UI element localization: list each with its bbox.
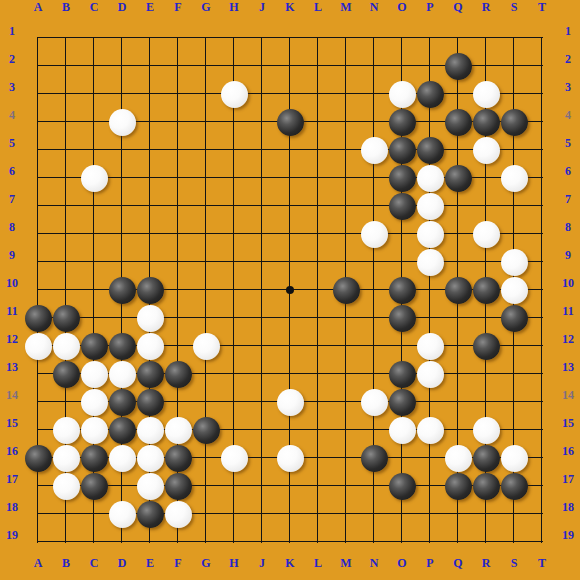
- board-cell-B13[interactable]: [52, 360, 80, 388]
- board-cell-P17[interactable]: [416, 472, 444, 500]
- board-cell-R12[interactable]: [472, 332, 500, 360]
- board-cell-B12[interactable]: [52, 332, 80, 360]
- board-cell-K19[interactable]: [276, 528, 304, 556]
- board-cell-C19[interactable]: [80, 528, 108, 556]
- board-cell-A6[interactable]: [24, 164, 52, 192]
- board-cell-T18[interactable]: [528, 500, 556, 528]
- board-cell-N18[interactable]: [360, 500, 388, 528]
- board-cell-G8[interactable]: [192, 220, 220, 248]
- board-cell-J3[interactable]: [248, 80, 276, 108]
- board-cell-F17[interactable]: [164, 472, 192, 500]
- board-cell-H13[interactable]: [220, 360, 248, 388]
- board-cell-G15[interactable]: [192, 416, 220, 444]
- board-cell-T3[interactable]: [528, 80, 556, 108]
- board-cell-L11[interactable]: [304, 304, 332, 332]
- board-cell-N16[interactable]: [360, 444, 388, 472]
- board-cell-Q4[interactable]: [444, 108, 472, 136]
- board-cell-S9[interactable]: [500, 248, 528, 276]
- board-cell-K1[interactable]: [276, 24, 304, 52]
- board-cell-P10[interactable]: [416, 276, 444, 304]
- board-cell-H5[interactable]: [220, 136, 248, 164]
- board-cell-B16[interactable]: [52, 444, 80, 472]
- board-cell-T16[interactable]: [528, 444, 556, 472]
- board-cell-J2[interactable]: [248, 52, 276, 80]
- board-cell-M13[interactable]: [332, 360, 360, 388]
- board-cell-T11[interactable]: [528, 304, 556, 332]
- board-cell-K11[interactable]: [276, 304, 304, 332]
- board-cell-L9[interactable]: [304, 248, 332, 276]
- board-cell-G13[interactable]: [192, 360, 220, 388]
- board-cell-Q7[interactable]: [444, 192, 472, 220]
- board-cell-Q8[interactable]: [444, 220, 472, 248]
- board-cell-K5[interactable]: [276, 136, 304, 164]
- board-cell-S3[interactable]: [500, 80, 528, 108]
- board-cell-N15[interactable]: [360, 416, 388, 444]
- board-cell-P3[interactable]: [416, 80, 444, 108]
- board-cell-M8[interactable]: [332, 220, 360, 248]
- board-cell-G9[interactable]: [192, 248, 220, 276]
- board-cell-M11[interactable]: [332, 304, 360, 332]
- board-cell-R16[interactable]: [472, 444, 500, 472]
- board-cell-P12[interactable]: [416, 332, 444, 360]
- board-cell-N7[interactable]: [360, 192, 388, 220]
- board-cell-O19[interactable]: [388, 528, 416, 556]
- board-cell-H8[interactable]: [220, 220, 248, 248]
- board-cell-E15[interactable]: [136, 416, 164, 444]
- board-cell-A16[interactable]: [24, 444, 52, 472]
- board-cell-F15[interactable]: [164, 416, 192, 444]
- board-cell-N8[interactable]: [360, 220, 388, 248]
- board-cell-Q9[interactable]: [444, 248, 472, 276]
- board-cell-E13[interactable]: [136, 360, 164, 388]
- board-cell-F14[interactable]: [164, 388, 192, 416]
- board-cell-J12[interactable]: [248, 332, 276, 360]
- board-cell-B11[interactable]: [52, 304, 80, 332]
- board-cell-S2[interactable]: [500, 52, 528, 80]
- board-cell-O14[interactable]: [388, 388, 416, 416]
- board-cell-G3[interactable]: [192, 80, 220, 108]
- board-cell-O1[interactable]: [388, 24, 416, 52]
- board-cell-M5[interactable]: [332, 136, 360, 164]
- board-cell-E5[interactable]: [136, 136, 164, 164]
- board-cell-R6[interactable]: [472, 164, 500, 192]
- board-cell-A14[interactable]: [24, 388, 52, 416]
- board-cell-F10[interactable]: [164, 276, 192, 304]
- board-cell-T15[interactable]: [528, 416, 556, 444]
- board-cell-E1[interactable]: [136, 24, 164, 52]
- board-cell-O12[interactable]: [388, 332, 416, 360]
- board-cell-Q16[interactable]: [444, 444, 472, 472]
- board-cell-S5[interactable]: [500, 136, 528, 164]
- board-cell-A19[interactable]: [24, 528, 52, 556]
- board-cell-C9[interactable]: [80, 248, 108, 276]
- board-cell-O16[interactable]: [388, 444, 416, 472]
- board-cell-A3[interactable]: [24, 80, 52, 108]
- board-cell-F16[interactable]: [164, 444, 192, 472]
- board-cell-N9[interactable]: [360, 248, 388, 276]
- board-cell-L19[interactable]: [304, 528, 332, 556]
- board-cell-S15[interactable]: [500, 416, 528, 444]
- board-cell-Q15[interactable]: [444, 416, 472, 444]
- board-cell-E19[interactable]: [136, 528, 164, 556]
- board-cell-R13[interactable]: [472, 360, 500, 388]
- board-cell-M9[interactable]: [332, 248, 360, 276]
- board-cell-T17[interactable]: [528, 472, 556, 500]
- board-cell-F6[interactable]: [164, 164, 192, 192]
- board-cell-R17[interactable]: [472, 472, 500, 500]
- board-cell-H11[interactable]: [220, 304, 248, 332]
- board-cell-A2[interactable]: [24, 52, 52, 80]
- board-cell-Q19[interactable]: [444, 528, 472, 556]
- board-cell-G16[interactable]: [192, 444, 220, 472]
- board-cell-P15[interactable]: [416, 416, 444, 444]
- board-cell-S13[interactable]: [500, 360, 528, 388]
- board-cell-M19[interactable]: [332, 528, 360, 556]
- board-cell-C6[interactable]: [80, 164, 108, 192]
- board-cell-Q5[interactable]: [444, 136, 472, 164]
- board-cell-G10[interactable]: [192, 276, 220, 304]
- board-cell-A11[interactable]: [24, 304, 52, 332]
- board-cell-N11[interactable]: [360, 304, 388, 332]
- board-cell-K10[interactable]: [276, 276, 304, 304]
- board-cell-F7[interactable]: [164, 192, 192, 220]
- board-cell-S18[interactable]: [500, 500, 528, 528]
- board-cell-N17[interactable]: [360, 472, 388, 500]
- board-cell-J5[interactable]: [248, 136, 276, 164]
- board-cell-D7[interactable]: [108, 192, 136, 220]
- board-cell-G19[interactable]: [192, 528, 220, 556]
- board-cell-L1[interactable]: [304, 24, 332, 52]
- board-cell-G4[interactable]: [192, 108, 220, 136]
- board-cell-T14[interactable]: [528, 388, 556, 416]
- board-cell-J4[interactable]: [248, 108, 276, 136]
- board-cell-B9[interactable]: [52, 248, 80, 276]
- board-cell-L3[interactable]: [304, 80, 332, 108]
- board-cell-C1[interactable]: [80, 24, 108, 52]
- board-cell-L18[interactable]: [304, 500, 332, 528]
- board-cell-B18[interactable]: [52, 500, 80, 528]
- board-cell-N2[interactable]: [360, 52, 388, 80]
- board-cell-N5[interactable]: [360, 136, 388, 164]
- board-cell-J19[interactable]: [248, 528, 276, 556]
- board-cell-J10[interactable]: [248, 276, 276, 304]
- board-cell-C18[interactable]: [80, 500, 108, 528]
- board-cell-A18[interactable]: [24, 500, 52, 528]
- board-cell-E9[interactable]: [136, 248, 164, 276]
- board-cell-D10[interactable]: [108, 276, 136, 304]
- board-cell-D11[interactable]: [108, 304, 136, 332]
- board-cell-C3[interactable]: [80, 80, 108, 108]
- board-cell-O13[interactable]: [388, 360, 416, 388]
- board-cell-H15[interactable]: [220, 416, 248, 444]
- board-cell-C5[interactable]: [80, 136, 108, 164]
- board-cell-K7[interactable]: [276, 192, 304, 220]
- board-cell-H17[interactable]: [220, 472, 248, 500]
- board-cell-J11[interactable]: [248, 304, 276, 332]
- board-cell-O5[interactable]: [388, 136, 416, 164]
- board-cell-R8[interactable]: [472, 220, 500, 248]
- board-cell-S6[interactable]: [500, 164, 528, 192]
- board-cell-J9[interactable]: [248, 248, 276, 276]
- board-cell-N19[interactable]: [360, 528, 388, 556]
- board-cell-H2[interactable]: [220, 52, 248, 80]
- board-cell-K4[interactable]: [276, 108, 304, 136]
- board-cell-B2[interactable]: [52, 52, 80, 80]
- board-cell-R5[interactable]: [472, 136, 500, 164]
- board-cell-H19[interactable]: [220, 528, 248, 556]
- board-cell-T19[interactable]: [528, 528, 556, 556]
- board-cell-K2[interactable]: [276, 52, 304, 80]
- board-cell-N10[interactable]: [360, 276, 388, 304]
- board-cell-E14[interactable]: [136, 388, 164, 416]
- board-cell-L8[interactable]: [304, 220, 332, 248]
- board-cell-P14[interactable]: [416, 388, 444, 416]
- board-cell-E16[interactable]: [136, 444, 164, 472]
- board-cell-Q10[interactable]: [444, 276, 472, 304]
- board-cell-E7[interactable]: [136, 192, 164, 220]
- board-cell-B15[interactable]: [52, 416, 80, 444]
- board-cell-S11[interactable]: [500, 304, 528, 332]
- board-cell-C7[interactable]: [80, 192, 108, 220]
- board-cell-T10[interactable]: [528, 276, 556, 304]
- board-cell-G17[interactable]: [192, 472, 220, 500]
- board-cell-J17[interactable]: [248, 472, 276, 500]
- board-cell-R9[interactable]: [472, 248, 500, 276]
- board-cell-A17[interactable]: [24, 472, 52, 500]
- board-cell-O4[interactable]: [388, 108, 416, 136]
- board-cell-L4[interactable]: [304, 108, 332, 136]
- board-cell-Q11[interactable]: [444, 304, 472, 332]
- board-cell-F11[interactable]: [164, 304, 192, 332]
- board-cell-K14[interactable]: [276, 388, 304, 416]
- board-cell-C10[interactable]: [80, 276, 108, 304]
- board-cell-N6[interactable]: [360, 164, 388, 192]
- board-cell-S1[interactable]: [500, 24, 528, 52]
- board-cell-D13[interactable]: [108, 360, 136, 388]
- board-cell-D14[interactable]: [108, 388, 136, 416]
- board-cell-K9[interactable]: [276, 248, 304, 276]
- board-cell-Q12[interactable]: [444, 332, 472, 360]
- board-cell-M6[interactable]: [332, 164, 360, 192]
- board-cell-T12[interactable]: [528, 332, 556, 360]
- board-cell-E12[interactable]: [136, 332, 164, 360]
- board-cell-M10[interactable]: [332, 276, 360, 304]
- board-cell-D17[interactable]: [108, 472, 136, 500]
- board-cell-K17[interactable]: [276, 472, 304, 500]
- board-cell-L17[interactable]: [304, 472, 332, 500]
- board-cell-Q6[interactable]: [444, 164, 472, 192]
- board-cell-C17[interactable]: [80, 472, 108, 500]
- board-cell-H18[interactable]: [220, 500, 248, 528]
- board-cell-J14[interactable]: [248, 388, 276, 416]
- board-cell-H7[interactable]: [220, 192, 248, 220]
- board-cell-K3[interactable]: [276, 80, 304, 108]
- board-cell-J6[interactable]: [248, 164, 276, 192]
- board-cell-D16[interactable]: [108, 444, 136, 472]
- board-cell-H10[interactable]: [220, 276, 248, 304]
- board-cell-H3[interactable]: [220, 80, 248, 108]
- board-cell-L7[interactable]: [304, 192, 332, 220]
- board-cell-N14[interactable]: [360, 388, 388, 416]
- board-cell-G11[interactable]: [192, 304, 220, 332]
- board-cell-G12[interactable]: [192, 332, 220, 360]
- board-cell-F8[interactable]: [164, 220, 192, 248]
- board-cell-B1[interactable]: [52, 24, 80, 52]
- board-cell-D5[interactable]: [108, 136, 136, 164]
- board-cell-H12[interactable]: [220, 332, 248, 360]
- board-cell-T4[interactable]: [528, 108, 556, 136]
- board-cell-K12[interactable]: [276, 332, 304, 360]
- board-cell-F18[interactable]: [164, 500, 192, 528]
- board-cell-B19[interactable]: [52, 528, 80, 556]
- board-cell-R15[interactable]: [472, 416, 500, 444]
- board-cell-B14[interactable]: [52, 388, 80, 416]
- board-cell-K8[interactable]: [276, 220, 304, 248]
- board-cell-C13[interactable]: [80, 360, 108, 388]
- board-cell-R7[interactable]: [472, 192, 500, 220]
- board-cell-R3[interactable]: [472, 80, 500, 108]
- board-cell-Q17[interactable]: [444, 472, 472, 500]
- board-cell-T1[interactable]: [528, 24, 556, 52]
- board-cell-H1[interactable]: [220, 24, 248, 52]
- board-cell-B17[interactable]: [52, 472, 80, 500]
- board-cell-B3[interactable]: [52, 80, 80, 108]
- board-cell-M7[interactable]: [332, 192, 360, 220]
- board-cell-T13[interactable]: [528, 360, 556, 388]
- board-cell-P6[interactable]: [416, 164, 444, 192]
- board-cell-A8[interactable]: [24, 220, 52, 248]
- board-cell-J15[interactable]: [248, 416, 276, 444]
- board-cell-M14[interactable]: [332, 388, 360, 416]
- board-cell-N1[interactable]: [360, 24, 388, 52]
- board-cell-K18[interactable]: [276, 500, 304, 528]
- board-cell-B10[interactable]: [52, 276, 80, 304]
- board-cell-M15[interactable]: [332, 416, 360, 444]
- board-cell-G14[interactable]: [192, 388, 220, 416]
- board-cell-R2[interactable]: [472, 52, 500, 80]
- board-cell-H4[interactable]: [220, 108, 248, 136]
- board-cell-K16[interactable]: [276, 444, 304, 472]
- board-cell-R10[interactable]: [472, 276, 500, 304]
- board-cell-S17[interactable]: [500, 472, 528, 500]
- board-cell-O11[interactable]: [388, 304, 416, 332]
- board-cell-Q13[interactable]: [444, 360, 472, 388]
- board-cell-C4[interactable]: [80, 108, 108, 136]
- board-cell-D15[interactable]: [108, 416, 136, 444]
- board-cell-M4[interactable]: [332, 108, 360, 136]
- board-cell-P11[interactable]: [416, 304, 444, 332]
- board-cell-H9[interactable]: [220, 248, 248, 276]
- board-cell-J7[interactable]: [248, 192, 276, 220]
- board-cell-O2[interactable]: [388, 52, 416, 80]
- board-cell-J1[interactable]: [248, 24, 276, 52]
- board-cell-M2[interactable]: [332, 52, 360, 80]
- board-cell-C11[interactable]: [80, 304, 108, 332]
- board-cell-J13[interactable]: [248, 360, 276, 388]
- board-cell-A15[interactable]: [24, 416, 52, 444]
- board-cell-F5[interactable]: [164, 136, 192, 164]
- board-cell-O6[interactable]: [388, 164, 416, 192]
- board-cell-T9[interactable]: [528, 248, 556, 276]
- board-cell-A7[interactable]: [24, 192, 52, 220]
- board-cell-G1[interactable]: [192, 24, 220, 52]
- board-cell-P8[interactable]: [416, 220, 444, 248]
- board-cell-G18[interactable]: [192, 500, 220, 528]
- board-cell-R4[interactable]: [472, 108, 500, 136]
- board-cell-S19[interactable]: [500, 528, 528, 556]
- board-cell-R1[interactable]: [472, 24, 500, 52]
- board-cell-E3[interactable]: [136, 80, 164, 108]
- board-cell-M16[interactable]: [332, 444, 360, 472]
- board-cell-O10[interactable]: [388, 276, 416, 304]
- board-cell-R14[interactable]: [472, 388, 500, 416]
- board-cell-P16[interactable]: [416, 444, 444, 472]
- board-cell-F19[interactable]: [164, 528, 192, 556]
- board-cell-T8[interactable]: [528, 220, 556, 248]
- board-cell-Q18[interactable]: [444, 500, 472, 528]
- board-cell-S10[interactable]: [500, 276, 528, 304]
- board-cell-A1[interactable]: [24, 24, 52, 52]
- board-cell-D12[interactable]: [108, 332, 136, 360]
- board-cell-F2[interactable]: [164, 52, 192, 80]
- board-cell-F13[interactable]: [164, 360, 192, 388]
- board-cell-R18[interactable]: [472, 500, 500, 528]
- board-cell-H14[interactable]: [220, 388, 248, 416]
- board-cell-J18[interactable]: [248, 500, 276, 528]
- board-cell-T7[interactable]: [528, 192, 556, 220]
- board-cell-O15[interactable]: [388, 416, 416, 444]
- board-cell-C2[interactable]: [80, 52, 108, 80]
- board-cell-D18[interactable]: [108, 500, 136, 528]
- board-cell-A13[interactable]: [24, 360, 52, 388]
- board-cell-L14[interactable]: [304, 388, 332, 416]
- board-cell-O8[interactable]: [388, 220, 416, 248]
- board-cell-P4[interactable]: [416, 108, 444, 136]
- board-cell-N4[interactable]: [360, 108, 388, 136]
- board-cell-L12[interactable]: [304, 332, 332, 360]
- board-cell-D6[interactable]: [108, 164, 136, 192]
- board-cell-T5[interactable]: [528, 136, 556, 164]
- board-cell-G5[interactable]: [192, 136, 220, 164]
- board-cell-Q14[interactable]: [444, 388, 472, 416]
- board-cell-S16[interactable]: [500, 444, 528, 472]
- board-cell-F12[interactable]: [164, 332, 192, 360]
- board-cell-C8[interactable]: [80, 220, 108, 248]
- board-cell-D4[interactable]: [108, 108, 136, 136]
- board-cell-O17[interactable]: [388, 472, 416, 500]
- board-cell-E11[interactable]: [136, 304, 164, 332]
- board-cell-E17[interactable]: [136, 472, 164, 500]
- board-cell-B6[interactable]: [52, 164, 80, 192]
- board-cell-D2[interactable]: [108, 52, 136, 80]
- board-cell-P19[interactable]: [416, 528, 444, 556]
- board-cell-P1[interactable]: [416, 24, 444, 52]
- board-cell-M17[interactable]: [332, 472, 360, 500]
- board-cell-N3[interactable]: [360, 80, 388, 108]
- board-cell-D9[interactable]: [108, 248, 136, 276]
- board-cell-F9[interactable]: [164, 248, 192, 276]
- board-cell-E6[interactable]: [136, 164, 164, 192]
- board-cell-L10[interactable]: [304, 276, 332, 304]
- board-cell-B4[interactable]: [52, 108, 80, 136]
- board-cell-S14[interactable]: [500, 388, 528, 416]
- board-cell-K6[interactable]: [276, 164, 304, 192]
- board-cell-P9[interactable]: [416, 248, 444, 276]
- board-cell-M1[interactable]: [332, 24, 360, 52]
- board-cell-B5[interactable]: [52, 136, 80, 164]
- board-cell-O18[interactable]: [388, 500, 416, 528]
- board-cell-N13[interactable]: [360, 360, 388, 388]
